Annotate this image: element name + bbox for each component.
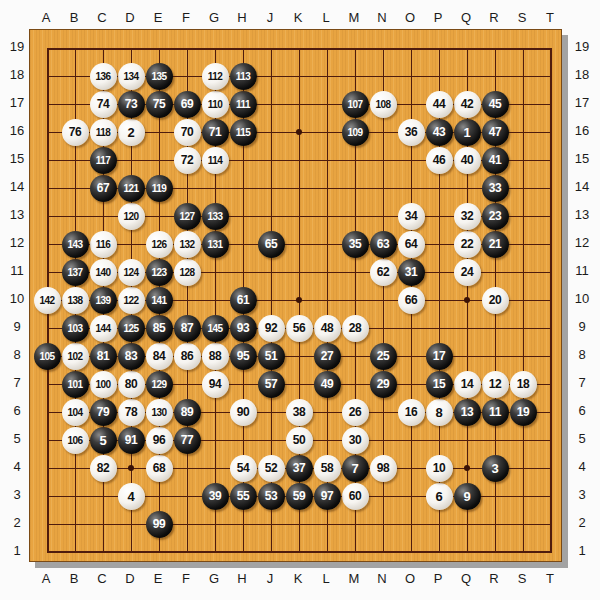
coord-left-18: 18	[3, 67, 31, 83]
stone-move-number: 92	[265, 321, 278, 335]
stone-move-number: 1	[463, 125, 470, 140]
stone-move-number: 97	[321, 489, 334, 503]
stone-D16: 2	[118, 119, 145, 146]
stone-move-number: 40	[461, 153, 474, 167]
coord-left-15: 15	[3, 151, 31, 167]
grid-line-row-1	[47, 551, 552, 553]
coord-bottom-T: T	[536, 571, 564, 587]
grid-line-col-S	[523, 48, 524, 553]
coord-left-6: 6	[3, 403, 31, 419]
coord-right-6: 6	[568, 403, 596, 419]
stone-D10: 122	[118, 287, 145, 314]
stone-G7: 94	[202, 371, 229, 398]
stone-move-number: 117	[96, 155, 111, 166]
stone-D18: 134	[118, 63, 145, 90]
stone-move-number: 52	[265, 461, 278, 475]
coord-right-14: 14	[568, 179, 596, 195]
stone-move-number: 116	[96, 239, 111, 250]
stone-L3: 97	[314, 483, 341, 510]
stone-S6: 19	[510, 399, 537, 426]
stone-G12: 131	[202, 231, 229, 258]
stone-O11: 31	[398, 259, 425, 286]
coord-right-18: 18	[568, 67, 596, 83]
star-point-K10	[296, 297, 302, 303]
stone-move-number: 136	[95, 71, 110, 82]
stone-R16: 47	[482, 119, 509, 146]
stone-move-number: 28	[349, 321, 362, 335]
stone-O6: 16	[398, 399, 425, 426]
stone-E17: 75	[146, 91, 173, 118]
stone-move-number: 74	[97, 97, 110, 111]
stone-move-number: 76	[69, 125, 82, 139]
stone-move-number: 113	[236, 71, 251, 82]
stone-N8: 25	[370, 343, 397, 370]
stone-G8: 88	[202, 343, 229, 370]
stone-H18: 113	[230, 63, 257, 90]
stone-move-number: 143	[67, 239, 82, 250]
stone-N11: 62	[370, 259, 397, 286]
coord-top-B: B	[60, 10, 88, 26]
stone-E10: 141	[146, 287, 173, 314]
stone-move-number: 27	[321, 349, 334, 363]
stone-move-number: 21	[489, 237, 502, 251]
stone-move-number: 88	[209, 349, 222, 363]
stone-move-number: 142	[39, 295, 54, 306]
coord-top-D: D	[116, 10, 144, 26]
stone-D5: 91	[118, 427, 145, 454]
stone-C7: 100	[90, 371, 117, 398]
stone-move-number: 20	[489, 293, 502, 307]
coord-right-2: 2	[568, 515, 596, 531]
stone-M12: 35	[342, 231, 369, 258]
star-point-K16	[296, 129, 302, 135]
star-point-Q10	[464, 297, 470, 303]
stone-move-number: 144	[95, 323, 110, 334]
stone-move-number: 5	[99, 433, 106, 448]
stone-move-number: 59	[293, 489, 306, 503]
stone-C6: 79	[90, 399, 117, 426]
coord-bottom-K: K	[284, 571, 312, 587]
stone-F12: 132	[174, 231, 201, 258]
stone-move-number: 128	[179, 267, 194, 278]
stone-move-number: 43	[433, 125, 446, 139]
stone-move-number: 84	[153, 349, 166, 363]
stone-A10: 142	[34, 287, 61, 314]
stone-move-number: 87	[181, 321, 194, 335]
stone-move-number: 86	[181, 349, 194, 363]
stone-M16: 109	[342, 119, 369, 146]
stone-move-number: 22	[461, 237, 474, 251]
coord-top-O: O	[396, 10, 424, 26]
stone-move-number: 23	[489, 209, 502, 223]
stone-move-number: 65	[265, 237, 278, 251]
stone-move-number: 130	[151, 407, 166, 418]
stone-move-number: 13	[461, 405, 474, 419]
stone-move-number: 95	[237, 349, 250, 363]
coord-left-12: 12	[3, 235, 31, 251]
stone-Q13: 32	[454, 203, 481, 230]
stone-move-number: 54	[237, 461, 250, 475]
coord-bottom-L: L	[312, 571, 340, 587]
stone-H4: 54	[230, 455, 257, 482]
stone-move-number: 90	[237, 405, 250, 419]
stone-move-number: 15	[433, 377, 446, 391]
stone-move-number: 51	[265, 349, 278, 363]
stone-move-number: 50	[293, 433, 306, 447]
stone-O13: 34	[398, 203, 425, 230]
stone-move-number: 120	[123, 211, 138, 222]
stone-R15: 41	[482, 147, 509, 174]
stone-move-number: 55	[237, 489, 250, 503]
stone-move-number: 3	[491, 461, 498, 476]
stone-move-number: 75	[153, 97, 166, 111]
coord-right-10: 10	[568, 291, 596, 307]
grid-line-row-2	[47, 524, 552, 525]
stone-E14: 119	[146, 175, 173, 202]
coord-bottom-C: C	[88, 571, 116, 587]
stone-D6: 78	[118, 399, 145, 426]
stone-F5: 77	[174, 427, 201, 454]
stone-C15: 117	[90, 147, 117, 174]
stone-P6: 8	[426, 399, 453, 426]
go-kifu-diagram: 1234567891011121314151617181920212223242…	[0, 0, 600, 600]
stone-S7: 18	[510, 371, 537, 398]
stone-C18: 136	[90, 63, 117, 90]
stone-E11: 123	[146, 259, 173, 286]
stone-D7: 80	[118, 371, 145, 398]
stone-move-number: 41	[489, 153, 502, 167]
coord-right-13: 13	[568, 207, 596, 223]
stone-move-number: 118	[96, 127, 111, 138]
coord-top-S: S	[508, 10, 536, 26]
stone-move-number: 49	[321, 377, 334, 391]
stone-move-number: 11	[489, 405, 501, 419]
star-point-D4	[128, 465, 134, 471]
stone-M3: 60	[342, 483, 369, 510]
coord-left-2: 2	[3, 515, 31, 531]
coord-top-A: A	[32, 10, 60, 26]
stone-move-number: 133	[207, 211, 222, 222]
stone-B5: 106	[62, 427, 89, 454]
stone-D14: 121	[118, 175, 145, 202]
stone-P3: 6	[426, 483, 453, 510]
stone-move-number: 89	[181, 405, 194, 419]
coord-left-4: 4	[3, 459, 31, 475]
stone-N17: 108	[370, 91, 397, 118]
coord-right-7: 7	[568, 375, 596, 391]
coord-left-11: 11	[3, 263, 31, 279]
stone-move-number: 46	[433, 153, 446, 167]
stone-move-number: 17	[433, 349, 446, 363]
coord-right-16: 16	[568, 123, 596, 139]
stone-H10: 61	[230, 287, 257, 314]
stone-move-number: 109	[347, 127, 362, 138]
coord-left-14: 14	[3, 179, 31, 195]
stone-Q6: 13	[454, 399, 481, 426]
stone-G15: 114	[202, 147, 229, 174]
stone-move-number: 33	[489, 181, 502, 195]
coord-top-C: C	[88, 10, 116, 26]
stone-move-number: 69	[181, 97, 194, 111]
coord-right-9: 9	[568, 319, 596, 335]
stone-B10: 138	[62, 287, 89, 314]
stone-C9: 144	[90, 315, 117, 342]
stone-E2: 99	[146, 511, 173, 538]
coord-bottom-A: A	[32, 571, 60, 587]
stone-move-number: 99	[153, 517, 166, 531]
stone-move-number: 48	[321, 321, 334, 335]
stone-K6: 38	[286, 399, 313, 426]
coord-bottom-H: H	[228, 571, 256, 587]
stone-K9: 56	[286, 315, 313, 342]
stone-F8: 86	[174, 343, 201, 370]
coord-top-K: K	[284, 10, 312, 26]
stone-move-number: 108	[375, 99, 390, 110]
coord-left-9: 9	[3, 319, 31, 335]
stone-L7: 49	[314, 371, 341, 398]
stone-D11: 124	[118, 259, 145, 286]
stone-move-number: 131	[207, 239, 222, 250]
coord-bottom-G: G	[200, 571, 228, 587]
coord-bottom-B: B	[60, 571, 88, 587]
stone-L9: 48	[314, 315, 341, 342]
stone-D9: 125	[118, 315, 145, 342]
coord-right-3: 3	[568, 487, 596, 503]
stone-move-number: 60	[349, 489, 362, 503]
stone-move-number: 78	[125, 405, 138, 419]
stone-move-number: 127	[179, 211, 194, 222]
coord-left-16: 16	[3, 123, 31, 139]
stone-D3: 4	[118, 483, 145, 510]
stone-move-number: 139	[95, 295, 110, 306]
stone-B8: 102	[62, 343, 89, 370]
stone-move-number: 64	[405, 237, 418, 251]
coord-right-4: 4	[568, 459, 596, 475]
stone-move-number: 145	[207, 323, 222, 334]
stone-move-number: 100	[95, 379, 110, 390]
stone-move-number: 119	[152, 183, 167, 194]
stone-Q16: 1	[454, 119, 481, 146]
stone-H17: 111	[230, 91, 257, 118]
stone-move-number: 26	[349, 405, 362, 419]
stone-B6: 104	[62, 399, 89, 426]
stone-move-number: 140	[95, 267, 110, 278]
stone-move-number: 30	[349, 433, 362, 447]
coord-right-12: 12	[568, 235, 596, 251]
coord-bottom-S: S	[508, 571, 536, 587]
stone-move-number: 35	[349, 237, 362, 251]
stone-move-number: 112	[208, 71, 223, 82]
stone-F6: 89	[174, 399, 201, 426]
coord-left-8: 8	[3, 347, 31, 363]
stone-R7: 12	[482, 371, 509, 398]
stone-L4: 58	[314, 455, 341, 482]
coord-bottom-R: R	[480, 571, 508, 587]
stone-E8: 84	[146, 343, 173, 370]
stone-M17: 107	[342, 91, 369, 118]
stone-move-number: 45	[489, 97, 502, 111]
stone-R17: 45	[482, 91, 509, 118]
stone-C4: 82	[90, 455, 117, 482]
coord-bottom-P: P	[424, 571, 452, 587]
stone-P16: 43	[426, 119, 453, 146]
stone-move-number: 102	[67, 351, 82, 362]
stone-D8: 83	[118, 343, 145, 370]
stone-move-number: 14	[461, 377, 474, 391]
go-board: 1234567891011121314151617181920212223242…	[29, 29, 562, 562]
stone-H3: 55	[230, 483, 257, 510]
coord-top-R: R	[480, 10, 508, 26]
coord-bottom-M: M	[340, 571, 368, 587]
stone-move-number: 129	[151, 379, 166, 390]
stone-B11: 137	[62, 259, 89, 286]
stone-H6: 90	[230, 399, 257, 426]
stone-move-number: 104	[67, 407, 82, 418]
stone-K4: 37	[286, 455, 313, 482]
coord-left-5: 5	[3, 431, 31, 447]
stone-M5: 30	[342, 427, 369, 454]
stone-move-number: 124	[123, 267, 138, 278]
coord-bottom-N: N	[368, 571, 396, 587]
stone-move-number: 82	[97, 461, 110, 475]
stone-move-number: 32	[461, 209, 474, 223]
stone-move-number: 80	[125, 377, 138, 391]
stone-E5: 96	[146, 427, 173, 454]
stone-E9: 85	[146, 315, 173, 342]
stone-move-number: 62	[377, 265, 390, 279]
stone-J9: 92	[258, 315, 285, 342]
stone-move-number: 38	[293, 405, 306, 419]
stone-F13: 127	[174, 203, 201, 230]
stone-move-number: 58	[321, 461, 334, 475]
stone-move-number: 4	[127, 489, 134, 504]
stone-move-number: 105	[39, 351, 54, 362]
stone-A8: 105	[34, 343, 61, 370]
stone-move-number: 121	[123, 183, 138, 194]
coord-right-17: 17	[568, 95, 596, 111]
coord-right-11: 11	[568, 263, 596, 279]
stone-P8: 17	[426, 343, 453, 370]
stone-move-number: 53	[265, 489, 278, 503]
coord-left-13: 13	[3, 207, 31, 223]
coord-right-1: 1	[568, 543, 596, 559]
coord-bottom-Q: Q	[452, 571, 480, 587]
stone-C8: 81	[90, 343, 117, 370]
stone-move-number: 25	[377, 349, 390, 363]
stone-move-number: 6	[435, 489, 442, 504]
stone-move-number: 138	[67, 295, 82, 306]
stone-J4: 52	[258, 455, 285, 482]
stone-move-number: 67	[97, 181, 110, 195]
stone-Q11: 24	[454, 259, 481, 286]
stone-move-number: 72	[181, 153, 194, 167]
stone-move-number: 47	[489, 125, 502, 139]
stone-G13: 133	[202, 203, 229, 230]
stone-B7: 101	[62, 371, 89, 398]
stone-E6: 130	[146, 399, 173, 426]
stone-move-number: 70	[181, 125, 194, 139]
coord-right-15: 15	[568, 151, 596, 167]
stone-move-number: 126	[151, 239, 166, 250]
coord-top-F: F	[172, 10, 200, 26]
stone-move-number: 96	[153, 433, 166, 447]
stone-move-number: 101	[67, 379, 82, 390]
stone-G17: 110	[202, 91, 229, 118]
stone-C12: 116	[90, 231, 117, 258]
coord-left-3: 3	[3, 487, 31, 503]
stone-move-number: 10	[433, 461, 446, 475]
stone-R4: 3	[482, 455, 509, 482]
coord-left-10: 10	[3, 291, 31, 307]
stone-O10: 66	[398, 287, 425, 314]
stone-move-number: 106	[67, 435, 82, 446]
grid-line-col-T	[550, 48, 552, 553]
stone-move-number: 68	[153, 461, 166, 475]
stone-H16: 115	[230, 119, 257, 146]
stone-Q17: 42	[454, 91, 481, 118]
stone-move-number: 2	[127, 125, 134, 140]
stone-move-number: 34	[405, 209, 418, 223]
stone-move-number: 12	[489, 377, 502, 391]
coord-left-1: 1	[3, 543, 31, 559]
stone-move-number: 39	[209, 489, 222, 503]
stone-move-number: 61	[237, 293, 250, 307]
coord-left-7: 7	[3, 375, 31, 391]
stone-E12: 126	[146, 231, 173, 258]
stone-D13: 120	[118, 203, 145, 230]
coord-bottom-F: F	[172, 571, 200, 587]
stone-B12: 143	[62, 231, 89, 258]
stone-O16: 36	[398, 119, 425, 146]
stone-Q12: 22	[454, 231, 481, 258]
coord-right-5: 5	[568, 431, 596, 447]
stone-move-number: 24	[461, 265, 474, 279]
coord-right-8: 8	[568, 347, 596, 363]
stone-Q15: 40	[454, 147, 481, 174]
coord-top-T: T	[536, 10, 564, 26]
stone-F16: 70	[174, 119, 201, 146]
stone-N7: 29	[370, 371, 397, 398]
coord-top-H: H	[228, 10, 256, 26]
stone-R13: 23	[482, 203, 509, 230]
stone-move-number: 71	[209, 125, 222, 139]
coord-bottom-O: O	[396, 571, 424, 587]
stone-move-number: 135	[151, 71, 166, 82]
stone-H9: 93	[230, 315, 257, 342]
coord-bottom-J: J	[256, 571, 284, 587]
stone-R10: 20	[482, 287, 509, 314]
stone-K5: 50	[286, 427, 313, 454]
stone-M9: 28	[342, 315, 369, 342]
stone-E18: 135	[146, 63, 173, 90]
stone-move-number: 37	[293, 461, 306, 475]
stone-move-number: 77	[181, 433, 194, 447]
stone-move-number: 83	[125, 349, 138, 363]
stone-move-number: 132	[179, 239, 194, 250]
stone-move-number: 122	[123, 295, 138, 306]
stone-Q3: 9	[454, 483, 481, 510]
stone-move-number: 123	[151, 267, 166, 278]
stone-M6: 26	[342, 399, 369, 426]
stone-move-number: 31	[405, 265, 418, 279]
coord-top-P: P	[424, 10, 452, 26]
stone-K3: 59	[286, 483, 313, 510]
coord-top-Q: Q	[452, 10, 480, 26]
stone-move-number: 56	[293, 321, 306, 335]
stone-move-number: 125	[123, 323, 138, 334]
stone-O12: 64	[398, 231, 425, 258]
stone-move-number: 98	[377, 461, 390, 475]
